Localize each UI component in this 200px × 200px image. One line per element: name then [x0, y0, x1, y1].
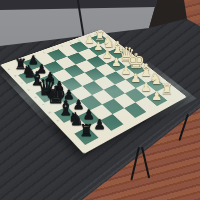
pieces-layer: ♜♞♝♛♚♝♞♜♟♟♟♟♟♟♟♟♟♟♟♟♟♟♟♟♜♞♝♛♚♝♞♜: [0, 0, 200, 200]
piece-white-pawn-h2[interactable]: ♟: [151, 90, 162, 102]
piece-black-pawn-h7[interactable]: ♟: [93, 118, 105, 132]
piece-white-rook-h1[interactable]: ♜: [161, 83, 173, 97]
piece-white-pawn-f2[interactable]: ♟: [131, 73, 141, 85]
piece-white-pawn-g2[interactable]: ♟: [141, 81, 152, 93]
piece-white-pawn-e2[interactable]: ♟: [121, 65, 131, 77]
photo-scene: a b c d e f g h 1 2 3 4 5 6 7 8 ♜♞♝♛♚♝♞♜…: [0, 0, 200, 200]
piece-black-rook-h8[interactable]: ♜: [79, 123, 94, 139]
